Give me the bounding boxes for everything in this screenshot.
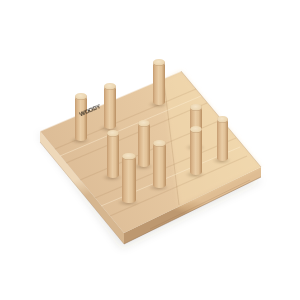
peg-shaft <box>153 143 166 188</box>
peg-top <box>217 116 228 124</box>
peg-shaft <box>153 62 166 105</box>
peg-shaft <box>104 86 116 129</box>
peg-top <box>104 83 116 91</box>
peg-shaft <box>107 133 120 178</box>
peg-top <box>153 140 166 148</box>
peg-r3c2[interactable] <box>138 123 151 167</box>
peg-r4c1[interactable] <box>122 156 136 203</box>
peg-shaft <box>190 129 203 175</box>
peg-top <box>190 126 203 134</box>
peg-r1c4[interactable] <box>153 62 166 105</box>
peg-shaft <box>138 123 151 167</box>
peg-top <box>153 59 166 67</box>
peg-r4c4[interactable] <box>217 119 228 161</box>
peg-r1c2[interactable] <box>104 86 116 129</box>
peg-top <box>75 93 87 101</box>
pegboard-photo: WOODY <box>0 0 300 300</box>
peg-top <box>107 130 120 138</box>
peg-top <box>190 104 202 112</box>
peg-r4c3[interactable] <box>190 129 203 175</box>
peg-top <box>138 120 151 128</box>
peg-r3c1[interactable] <box>107 133 120 178</box>
peg-r4c2[interactable] <box>153 143 166 188</box>
peg-shaft <box>217 119 228 161</box>
peg-top <box>122 153 136 161</box>
peg-shaft <box>122 156 136 203</box>
